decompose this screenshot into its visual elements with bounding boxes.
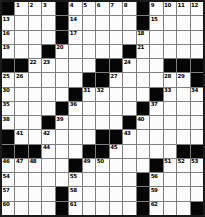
white-square[interactable]: 61 <box>69 202 81 215</box>
white-square[interactable]: 32 <box>96 88 108 101</box>
white-square[interactable]: 20 <box>56 45 68 58</box>
black-square <box>177 59 189 72</box>
white-square[interactable]: 6 <box>96 2 108 15</box>
white-square[interactable] <box>42 202 54 215</box>
white-square[interactable] <box>123 145 135 158</box>
clue-number: 60 <box>3 202 10 209</box>
white-square[interactable] <box>83 173 95 186</box>
black-square <box>137 187 149 200</box>
clue-number: 34 <box>191 88 198 95</box>
clue-number: 4 <box>70 2 73 9</box>
clue-number: 9 <box>151 2 154 9</box>
white-square[interactable] <box>83 31 95 44</box>
white-square[interactable]: 42 <box>42 130 54 143</box>
clue-number: 32 <box>97 88 104 95</box>
white-square[interactable]: 47 <box>15 159 27 172</box>
clue-number: 40 <box>137 116 144 123</box>
white-square[interactable] <box>42 31 54 44</box>
white-square[interactable] <box>110 202 122 215</box>
white-square[interactable] <box>83 45 95 58</box>
black-square <box>56 102 68 115</box>
white-square[interactable]: 29 <box>177 73 189 86</box>
black-square <box>56 187 68 200</box>
white-square[interactable]: 58 <box>69 187 81 200</box>
white-square[interactable] <box>177 130 189 143</box>
white-square[interactable] <box>56 130 68 143</box>
white-square[interactable] <box>177 187 189 200</box>
white-square[interactable]: 18 <box>137 31 149 44</box>
white-square[interactable]: 48 <box>29 159 41 172</box>
white-square[interactable] <box>164 102 176 115</box>
white-square[interactable]: 12 <box>191 2 203 15</box>
clue-number: 39 <box>56 116 63 123</box>
white-square[interactable]: 40 <box>137 116 149 129</box>
white-square[interactable] <box>69 73 81 86</box>
white-square[interactable] <box>29 202 41 215</box>
black-square <box>191 145 203 158</box>
white-square[interactable]: 26 <box>15 73 27 86</box>
white-square[interactable] <box>29 88 41 101</box>
white-square[interactable]: 45 <box>110 145 122 158</box>
black-square <box>137 2 149 15</box>
white-square[interactable] <box>177 116 189 129</box>
white-square[interactable] <box>110 187 122 200</box>
clue-number: 42 <box>43 130 50 137</box>
white-square[interactable] <box>15 16 27 29</box>
white-square[interactable] <box>164 16 176 29</box>
black-square <box>191 73 203 86</box>
black-square <box>15 145 27 158</box>
black-square <box>137 102 149 115</box>
black-square <box>69 159 81 172</box>
black-square <box>96 130 108 143</box>
white-square[interactable] <box>83 59 95 72</box>
white-square[interactable] <box>42 173 54 186</box>
white-square[interactable]: 49 <box>83 159 95 172</box>
black-square <box>83 145 95 158</box>
black-square <box>110 59 122 72</box>
white-square[interactable] <box>56 159 68 172</box>
white-square[interactable] <box>164 187 176 200</box>
white-square[interactable] <box>150 145 162 158</box>
black-square <box>56 31 68 44</box>
white-square[interactable]: 43 <box>123 130 135 143</box>
white-square[interactable] <box>110 45 122 58</box>
white-square[interactable]: 17 <box>69 31 81 44</box>
white-square[interactable] <box>15 202 27 215</box>
white-square[interactable]: 55 <box>69 173 81 186</box>
black-square <box>191 202 203 215</box>
white-square[interactable] <box>123 16 135 29</box>
white-square[interactable]: 23 <box>42 59 54 72</box>
white-square[interactable]: 8 <box>123 2 135 15</box>
white-square[interactable] <box>137 159 149 172</box>
black-square <box>150 88 162 101</box>
black-square <box>2 130 14 143</box>
white-square[interactable] <box>137 59 149 72</box>
clue-number: 30 <box>3 88 10 95</box>
white-square[interactable]: 9 <box>150 2 162 15</box>
clue-number: 6 <box>97 2 100 9</box>
white-square[interactable] <box>96 116 108 129</box>
white-square[interactable] <box>123 73 135 86</box>
black-square <box>110 130 122 143</box>
black-square <box>69 88 81 101</box>
white-square[interactable]: 34 <box>191 88 203 101</box>
white-square[interactable]: 4 <box>69 2 81 15</box>
clue-number: 28 <box>164 73 171 80</box>
white-square[interactable] <box>177 102 189 115</box>
clue-number: 47 <box>16 159 23 166</box>
white-square[interactable]: 27 <box>110 73 122 86</box>
clue-number: 45 <box>110 145 117 152</box>
clue-number: 31 <box>83 88 90 95</box>
white-square[interactable] <box>69 45 81 58</box>
black-square <box>2 145 14 158</box>
white-square[interactable] <box>123 31 135 44</box>
black-square <box>137 16 149 29</box>
white-square[interactable]: 10 <box>164 2 176 15</box>
white-square[interactable] <box>29 102 41 115</box>
black-square <box>83 73 95 86</box>
white-square[interactable] <box>177 173 189 186</box>
clue-number: 26 <box>16 73 23 80</box>
white-square[interactable] <box>96 16 108 29</box>
clue-number: 18 <box>137 31 144 38</box>
white-square[interactable] <box>177 16 189 29</box>
black-square <box>56 202 68 215</box>
white-square[interactable] <box>150 45 162 58</box>
white-square[interactable] <box>83 116 95 129</box>
white-square[interactable] <box>191 116 203 129</box>
white-square[interactable]: 39 <box>56 116 68 129</box>
clue-number: 10 <box>164 2 171 9</box>
white-square[interactable] <box>177 31 189 44</box>
clue-number: 43 <box>124 130 131 137</box>
black-square <box>56 16 68 29</box>
clue-number: 38 <box>3 116 10 123</box>
clue-number: 48 <box>29 159 36 166</box>
white-square[interactable] <box>42 16 54 29</box>
white-square[interactable] <box>56 173 68 186</box>
white-square[interactable] <box>164 45 176 58</box>
white-square[interactable] <box>42 88 54 101</box>
clue-number: 23 <box>43 59 50 66</box>
clue-number: 22 <box>29 59 36 66</box>
black-square <box>96 145 108 158</box>
white-square[interactable] <box>69 116 81 129</box>
white-square[interactable] <box>191 45 203 58</box>
white-square[interactable] <box>150 59 162 72</box>
black-square <box>191 59 203 72</box>
white-square[interactable]: 19 <box>2 45 14 58</box>
white-square[interactable] <box>56 145 68 158</box>
clue-number: 2 <box>29 2 32 9</box>
white-square[interactable] <box>83 130 95 143</box>
white-square[interactable] <box>29 31 41 44</box>
clue-number: 54 <box>3 173 10 180</box>
white-square[interactable] <box>56 73 68 86</box>
crossword-puzzle: 1234567891011121314151617181920212223242… <box>0 0 205 217</box>
clue-number: 52 <box>178 159 185 166</box>
clue-number: 27 <box>110 73 117 80</box>
white-square[interactable]: 14 <box>69 16 81 29</box>
white-square[interactable] <box>137 145 149 158</box>
clue-number: 24 <box>124 59 131 66</box>
white-square[interactable]: 33 <box>164 88 176 101</box>
clue-number: 1 <box>16 2 19 9</box>
white-square[interactable] <box>56 59 68 72</box>
black-square <box>137 202 149 215</box>
clue-number: 61 <box>70 202 77 209</box>
white-square[interactable]: 5 <box>83 2 95 15</box>
clue-number: 5 <box>83 2 86 9</box>
white-square[interactable] <box>137 73 149 86</box>
clue-number: 7 <box>110 2 113 9</box>
white-square[interactable] <box>123 173 135 186</box>
black-square <box>2 2 14 15</box>
white-square[interactable]: 38 <box>2 116 14 129</box>
clue-number: 41 <box>16 130 23 137</box>
white-square[interactable]: 22 <box>29 59 41 72</box>
white-square[interactable] <box>42 159 54 172</box>
white-square[interactable]: 53 <box>191 159 203 172</box>
black-square <box>164 59 176 72</box>
clue-number: 51 <box>164 159 171 166</box>
clue-number: 12 <box>191 2 198 9</box>
white-square[interactable] <box>110 116 122 129</box>
white-square[interactable] <box>29 187 41 200</box>
white-square[interactable]: 62 <box>150 202 162 215</box>
clue-number: 11 <box>178 2 185 9</box>
white-square[interactable] <box>177 202 189 215</box>
white-square[interactable] <box>123 88 135 101</box>
black-square <box>96 59 108 72</box>
white-square[interactable] <box>123 202 135 215</box>
white-square[interactable] <box>15 31 27 44</box>
white-square[interactable] <box>191 173 203 186</box>
white-square[interactable]: 25 <box>2 73 14 86</box>
white-square[interactable]: 13 <box>2 16 14 29</box>
white-square[interactable]: 1 <box>15 2 27 15</box>
white-square[interactable]: 31 <box>83 88 95 101</box>
white-square[interactable]: 59 <box>150 187 162 200</box>
clue-number: 58 <box>70 187 77 194</box>
white-square[interactable] <box>191 16 203 29</box>
white-square[interactable]: 56 <box>150 173 162 186</box>
white-square[interactable] <box>110 16 122 29</box>
white-square[interactable] <box>123 102 135 115</box>
clue-number: 49 <box>83 159 90 166</box>
white-square[interactable]: 28 <box>164 73 176 86</box>
black-square <box>42 45 54 58</box>
white-square[interactable] <box>164 116 176 129</box>
white-square[interactable] <box>15 88 27 101</box>
white-square[interactable] <box>96 45 108 58</box>
white-square[interactable] <box>29 130 41 143</box>
clue-number: 20 <box>56 45 63 52</box>
white-square[interactable] <box>83 187 95 200</box>
black-square <box>123 45 135 58</box>
crossword-board: 1234567891011121314151617181920212223242… <box>0 0 205 217</box>
white-square[interactable] <box>164 202 176 215</box>
white-square[interactable]: 16 <box>2 31 14 44</box>
clue-number: 14 <box>70 16 77 23</box>
clue-number: 56 <box>151 173 158 180</box>
clue-number: 50 <box>97 159 104 166</box>
white-square[interactable]: 52 <box>177 159 189 172</box>
white-square[interactable] <box>123 187 135 200</box>
white-square[interactable] <box>69 145 81 158</box>
white-square[interactable] <box>177 45 189 58</box>
white-square[interactable] <box>69 130 81 143</box>
white-square[interactable] <box>110 31 122 44</box>
clue-number: 55 <box>70 173 77 180</box>
white-square[interactable] <box>191 130 203 143</box>
black-square <box>137 173 149 186</box>
white-square[interactable] <box>42 73 54 86</box>
white-square[interactable] <box>191 31 203 44</box>
white-square[interactable]: 41 <box>15 130 27 143</box>
white-square[interactable] <box>15 45 27 58</box>
white-square[interactable] <box>164 145 176 158</box>
white-square[interactable] <box>42 187 54 200</box>
white-square[interactable] <box>164 31 176 44</box>
white-square[interactable] <box>137 130 149 143</box>
white-square[interactable]: 15 <box>150 16 162 29</box>
clue-number: 3 <box>43 2 46 9</box>
clue-number: 35 <box>3 102 10 109</box>
white-square[interactable] <box>83 102 95 115</box>
white-square[interactable] <box>96 102 108 115</box>
white-square[interactable] <box>42 102 54 115</box>
clue-number: 17 <box>70 31 77 38</box>
clue-number: 62 <box>151 202 158 209</box>
white-square[interactable]: 3 <box>42 2 54 15</box>
clue-number: 37 <box>151 102 158 109</box>
black-square <box>29 145 41 158</box>
white-square[interactable] <box>29 16 41 29</box>
black-square <box>2 59 14 72</box>
white-square[interactable]: 2 <box>29 2 41 15</box>
white-square[interactable]: 46 <box>2 159 14 172</box>
white-square[interactable] <box>96 202 108 215</box>
white-square[interactable] <box>164 173 176 186</box>
white-square[interactable] <box>191 102 203 115</box>
white-square[interactable]: 7 <box>110 2 122 15</box>
white-square[interactable] <box>29 116 41 129</box>
white-square[interactable]: 37 <box>150 102 162 115</box>
clue-number: 33 <box>164 88 171 95</box>
white-square[interactable]: 60 <box>2 202 14 215</box>
white-square[interactable]: 51 <box>164 159 176 172</box>
clue-number: 57 <box>3 187 10 194</box>
clue-number: 8 <box>124 2 127 9</box>
white-square[interactable]: 50 <box>96 159 108 172</box>
white-square[interactable] <box>83 202 95 215</box>
clue-number: 46 <box>3 159 10 166</box>
white-square[interactable]: 36 <box>69 102 81 115</box>
clue-number: 59 <box>151 187 158 194</box>
white-square[interactable]: 21 <box>137 45 149 58</box>
white-square[interactable] <box>96 187 108 200</box>
white-square[interactable] <box>137 88 149 101</box>
white-square[interactable] <box>56 88 68 101</box>
white-square[interactable] <box>15 102 27 115</box>
white-square[interactable] <box>15 173 27 186</box>
clue-number: 36 <box>70 102 77 109</box>
black-square <box>56 2 68 15</box>
white-square[interactable]: 30 <box>2 88 14 101</box>
black-square <box>15 59 27 72</box>
white-square[interactable] <box>96 31 108 44</box>
clue-number: 44 <box>43 145 50 152</box>
white-square[interactable]: 35 <box>2 102 14 115</box>
clue-number: 15 <box>151 16 158 23</box>
white-square[interactable] <box>69 59 81 72</box>
white-square[interactable] <box>96 173 108 186</box>
white-square[interactable] <box>150 31 162 44</box>
clue-number: 29 <box>178 73 185 80</box>
clue-number: 21 <box>137 45 144 52</box>
white-square[interactable] <box>29 73 41 86</box>
white-square[interactable] <box>29 173 41 186</box>
white-square[interactable] <box>191 187 203 200</box>
white-square[interactable]: 11 <box>177 2 189 15</box>
white-square[interactable] <box>110 173 122 186</box>
white-square[interactable]: 54 <box>2 173 14 186</box>
white-square[interactable] <box>110 88 122 101</box>
white-square[interactable] <box>15 116 27 129</box>
white-square[interactable] <box>150 116 162 129</box>
white-square[interactable] <box>83 16 95 29</box>
white-square[interactable] <box>110 102 122 115</box>
white-square[interactable]: 57 <box>2 187 14 200</box>
white-square[interactable] <box>150 73 162 86</box>
clue-number: 19 <box>3 45 10 52</box>
black-square <box>123 116 135 129</box>
black-square <box>42 116 54 129</box>
black-square <box>150 159 162 172</box>
clue-number: 16 <box>3 31 10 38</box>
black-square <box>177 145 189 158</box>
clue-number: 13 <box>3 16 10 23</box>
white-square[interactable] <box>150 130 162 143</box>
white-square[interactable]: 44 <box>42 145 54 158</box>
white-square[interactable] <box>123 159 135 172</box>
clue-number: 25 <box>3 73 10 80</box>
white-square[interactable] <box>164 130 176 143</box>
white-square[interactable] <box>29 45 41 58</box>
clue-number: 53 <box>191 159 198 166</box>
white-square[interactable] <box>15 187 27 200</box>
white-square[interactable]: 24 <box>123 59 135 72</box>
black-square <box>96 73 108 86</box>
white-square[interactable] <box>110 159 122 172</box>
white-square[interactable] <box>177 88 189 101</box>
